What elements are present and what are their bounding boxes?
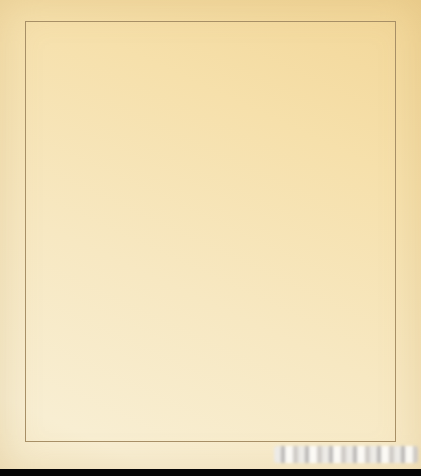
xiangqi-board[interactable]: [25, 21, 396, 442]
xiangqi-app: [0, 0, 421, 476]
bottom-bar: [0, 469, 421, 476]
board-lines-overlay: [25, 21, 396, 442]
watermark-blur: [274, 446, 418, 463]
